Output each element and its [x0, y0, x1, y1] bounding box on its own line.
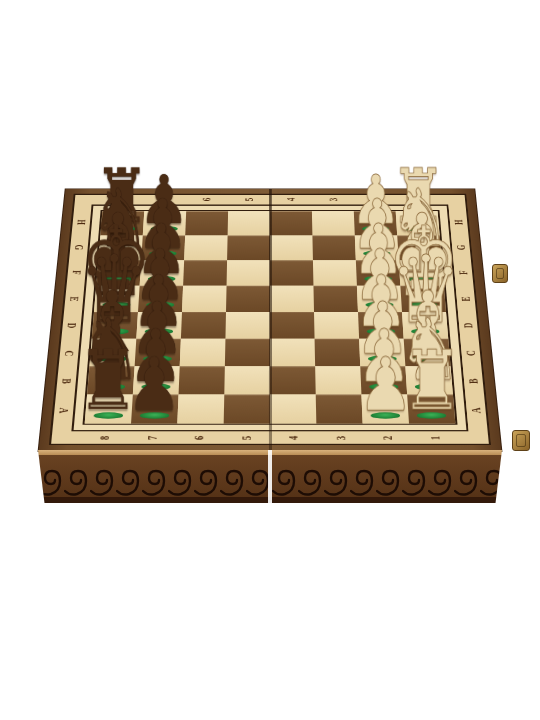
square-a5[interactable]: [224, 395, 270, 424]
coord-label-2: 2: [366, 188, 385, 212]
square-a4[interactable]: [270, 395, 316, 424]
square-g6[interactable]: [184, 235, 227, 260]
brass-clasp-icon: [492, 264, 508, 283]
square-h4[interactable]: [270, 211, 312, 235]
chess-board-scene: ♜♟♟♜♞♟♟♞♝♟♟♝♚♟♟♚♛♟♟♛♝♟♟♝♞♟♟♞♜♟♟♜ HGFEDCB…: [38, 188, 503, 451]
square-a7[interactable]: ♟: [131, 395, 179, 424]
square-b4[interactable]: [270, 366, 316, 394]
coord-label-8: 8: [113, 188, 133, 212]
square-a6[interactable]: [177, 395, 224, 424]
square-b3[interactable]: [315, 366, 361, 394]
coord-label-H: H: [437, 217, 481, 227]
square-g5[interactable]: [227, 235, 270, 260]
coord-label-5: 5: [240, 188, 258, 212]
square-d4[interactable]: [270, 312, 315, 339]
coord-label-1: 1: [408, 188, 428, 212]
coord-label-4: 4: [282, 188, 300, 212]
square-d3[interactable]: [314, 312, 359, 339]
square-h5[interactable]: [228, 211, 270, 235]
square-f5[interactable]: [227, 260, 270, 286]
square-f3[interactable]: [313, 260, 357, 286]
square-g4[interactable]: [270, 235, 313, 260]
coord-label-H: H: [59, 217, 103, 227]
square-d5[interactable]: [225, 312, 270, 339]
brass-clasp-icon: [512, 430, 530, 451]
square-f6[interactable]: [183, 260, 227, 286]
piece-light-rook[interactable]: ♜: [401, 339, 463, 421]
square-b5[interactable]: [224, 366, 270, 394]
square-h3[interactable]: [312, 211, 355, 235]
square-e6[interactable]: [182, 286, 227, 312]
coord-label-6: 6: [197, 188, 216, 212]
box-front-edge: [38, 450, 502, 503]
square-b6[interactable]: [179, 366, 225, 394]
square-d6[interactable]: [181, 312, 226, 339]
square-g3[interactable]: [312, 235, 355, 260]
coord-label-3: 3: [324, 188, 343, 212]
piece-dark-pawn[interactable]: ♟: [127, 348, 182, 422]
board-frame: ♜♟♟♜♞♟♟♞♝♟♟♝♚♟♟♚♛♟♟♛♝♟♟♝♞♟♟♞♜♟♟♜ HGFEDCB…: [38, 188, 503, 451]
square-a3[interactable]: [316, 395, 363, 424]
front-fold-gap: [268, 450, 272, 503]
square-e4[interactable]: [270, 286, 314, 312]
square-h6[interactable]: [185, 211, 228, 235]
square-a1[interactable]: ♜: [407, 395, 455, 424]
square-f4[interactable]: [270, 260, 313, 286]
coord-label-7: 7: [155, 188, 174, 212]
square-e3[interactable]: [313, 286, 358, 312]
square-e5[interactable]: [226, 286, 270, 312]
